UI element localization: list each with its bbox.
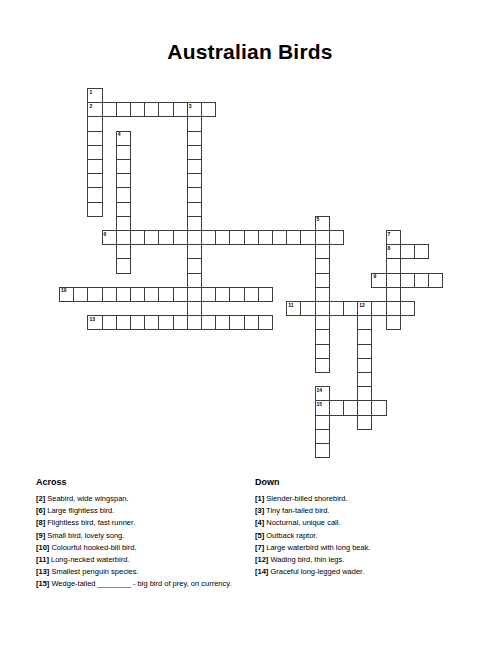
clue-number: [14]	[255, 567, 268, 576]
grid-cell[interactable]	[116, 173, 131, 188]
clue-text: Outback raptor.	[264, 531, 317, 540]
grid-cell[interactable]	[201, 102, 216, 117]
grid-cell[interactable]	[87, 131, 102, 146]
cell-number: 15	[317, 402, 323, 407]
cell-number: 2	[89, 104, 92, 109]
clue-7-down: [7] Large waterbird with long beak.	[255, 542, 480, 554]
grid-cell[interactable]	[144, 230, 159, 245]
grid-cell[interactable]	[187, 230, 202, 245]
grid-cell[interactable]	[286, 230, 301, 245]
grid-cell[interactable]	[215, 315, 230, 330]
puzzle-page: Australian Birds 123456789101112131415 A…	[0, 0, 500, 647]
grid-cell[interactable]	[357, 400, 372, 415]
across-clues-section: Across [2] Seabird, wide wingspan.[6] La…	[36, 477, 248, 591]
down-clue-list: [1] Slender-billed shorebird.[3] Tiny fa…	[255, 493, 480, 578]
grid-cell[interactable]: 5	[315, 216, 330, 231]
grid-cell[interactable]	[329, 301, 344, 316]
grid-cell[interactable]	[187, 116, 202, 131]
grid-cell[interactable]	[87, 116, 102, 131]
clue-number: [2]	[36, 494, 45, 503]
grid-cell[interactable]	[258, 315, 273, 330]
clue-number: [5]	[255, 531, 264, 540]
grid-cell[interactable]	[116, 216, 131, 231]
grid-cell[interactable]	[315, 287, 330, 302]
grid-cell[interactable]: 13	[87, 315, 102, 330]
grid-cell[interactable]	[315, 315, 330, 330]
grid-cell[interactable]	[315, 244, 330, 259]
grid-cell[interactable]	[357, 372, 372, 387]
grid-cell[interactable]	[357, 344, 372, 359]
grid-cell[interactable]	[386, 273, 401, 288]
clue-text: Slender-billed shorebird.	[264, 494, 347, 503]
grid-cell[interactable]	[357, 329, 372, 344]
grid-cell[interactable]	[144, 315, 159, 330]
grid-cell[interactable]	[187, 187, 202, 202]
clue-number: [1]	[255, 494, 264, 503]
grid-cell[interactable]: 6	[102, 230, 117, 245]
clue-number: [3]	[255, 506, 264, 515]
clue-number: [12]	[255, 555, 268, 564]
clue-text: Wading bird, thin legs.	[268, 555, 344, 564]
grid-cell[interactable]	[400, 244, 415, 259]
grid-cell[interactable]: 4	[116, 131, 131, 146]
grid-cell[interactable]	[102, 102, 117, 117]
grid-cell[interactable]	[116, 102, 131, 117]
grid-cell[interactable]	[187, 315, 202, 330]
grid-cell[interactable]	[173, 230, 188, 245]
grid-cell[interactable]	[173, 102, 188, 117]
clue-text: Graceful long-legged wader.	[268, 567, 364, 576]
grid-cell[interactable]: 12	[357, 301, 372, 316]
clue-text: Nocturnal, unique call.	[264, 518, 340, 527]
grid-cell[interactable]	[300, 301, 315, 316]
grid-cell[interactable]	[371, 400, 386, 415]
grid-cell[interactable]	[130, 230, 145, 245]
grid-cell[interactable]	[414, 244, 429, 259]
clue-2-across: [2] Seabird, wide wingspan.	[36, 493, 248, 505]
grid-cell[interactable]	[144, 102, 159, 117]
grid-cell[interactable]: 3	[187, 102, 202, 117]
grid-cell[interactable]	[87, 287, 102, 302]
grid-cell[interactable]	[158, 102, 173, 117]
clue-text: Tiny fan-tailed bird.	[264, 506, 329, 515]
grid-cell[interactable]	[315, 415, 330, 430]
grid-cell[interactable]	[87, 173, 102, 188]
cell-number: 14	[317, 388, 323, 393]
grid-cell[interactable]	[400, 273, 415, 288]
clue-11-across: [11] Long-necked waterbird.	[36, 554, 248, 566]
grid-cell[interactable]: 14	[315, 386, 330, 401]
clue-number: [15]	[36, 579, 49, 588]
grid-cell[interactable]	[187, 244, 202, 259]
clue-15-across: [15] Wedge-tailed ________ - big bird of…	[36, 578, 248, 590]
clue-number: [6]	[36, 506, 45, 515]
clue-number: [11]	[36, 555, 49, 564]
grid-cell[interactable]	[229, 315, 244, 330]
grid-cell[interactable]	[357, 415, 372, 430]
grid-cell[interactable]	[386, 287, 401, 302]
grid-cell[interactable]	[215, 287, 230, 302]
grid-cell[interactable]	[272, 230, 287, 245]
clue-3-down: [3] Tiny fan-tailed bird.	[255, 505, 480, 517]
grid-cell[interactable]	[87, 145, 102, 160]
grid-cell[interactable]	[258, 287, 273, 302]
grid-cell[interactable]	[116, 187, 131, 202]
clue-14-down: [14] Graceful long-legged wader.	[255, 566, 480, 578]
grid-cell[interactable]	[130, 102, 145, 117]
clue-text: Large flightless bird.	[45, 506, 114, 515]
grid-cell[interactable]	[187, 173, 202, 188]
cell-number: 3	[189, 104, 192, 109]
clue-text: Smallest penguin species.	[49, 567, 138, 576]
down-header: Down	[255, 477, 480, 487]
grid-cell[interactable]	[315, 258, 330, 273]
grid-cell[interactable]	[315, 273, 330, 288]
grid-cell[interactable]	[116, 159, 131, 174]
grid-cell[interactable]	[315, 344, 330, 359]
grid-cell[interactable]	[158, 287, 173, 302]
clue-number: [10]	[36, 543, 49, 552]
grid-cell[interactable]	[357, 315, 372, 330]
grid-cell[interactable]	[201, 287, 216, 302]
grid-cell[interactable]	[215, 230, 230, 245]
grid-cell[interactable]	[130, 287, 145, 302]
grid-cell[interactable]	[386, 258, 401, 273]
grid-cell[interactable]	[229, 230, 244, 245]
grid-cell[interactable]	[386, 315, 401, 330]
clue-number: [13]	[36, 567, 49, 576]
grid-cell[interactable]	[87, 187, 102, 202]
grid-cell[interactable]	[116, 145, 131, 160]
grid-cell[interactable]	[116, 315, 131, 330]
cell-number: 4	[118, 132, 121, 137]
grid-cell[interactable]	[187, 258, 202, 273]
cell-number: 9	[373, 274, 376, 279]
grid-cell[interactable]: 1	[87, 88, 102, 103]
grid-cell[interactable]	[187, 145, 202, 160]
across-header: Across	[36, 477, 248, 487]
grid-cell[interactable]	[315, 443, 330, 458]
grid-cell[interactable]	[371, 301, 386, 316]
grid-cell[interactable]	[144, 287, 159, 302]
grid-cell[interactable]: 10	[59, 287, 74, 302]
cell-number: 8	[388, 246, 391, 251]
grid-cell[interactable]	[87, 202, 102, 217]
clue-1-down: [1] Slender-billed shorebird.	[255, 493, 480, 505]
grid-cell[interactable]	[343, 301, 358, 316]
grid-cell[interactable]	[244, 230, 259, 245]
cell-number: 13	[89, 317, 95, 322]
grid-cell[interactable]	[73, 287, 88, 302]
clue-6-across: [6] Large flightless bird.	[36, 505, 248, 517]
grid-cell[interactable]	[116, 287, 131, 302]
grid-cell[interactable]	[102, 315, 117, 330]
grid-cell[interactable]	[187, 273, 202, 288]
grid-cell[interactable]	[116, 258, 131, 273]
grid-cell[interactable]	[187, 131, 202, 146]
grid-cell[interactable]	[87, 159, 102, 174]
grid-cell[interactable]	[315, 301, 330, 316]
grid-cell[interactable]	[244, 287, 259, 302]
grid-cell[interactable]	[116, 244, 131, 259]
clue-number: [9]	[36, 531, 45, 540]
grid-cell[interactable]	[116, 230, 131, 245]
grid-cell[interactable]	[258, 230, 273, 245]
grid-cell[interactable]	[158, 230, 173, 245]
cell-number: 6	[104, 232, 107, 237]
grid-cell[interactable]	[315, 429, 330, 444]
grid-cell[interactable]	[187, 301, 202, 316]
clue-4-down: [4] Nocturnal, unique call.	[255, 517, 480, 529]
grid-cell[interactable]	[102, 287, 117, 302]
cell-number: 12	[359, 303, 365, 308]
puzzle-title: Australian Birds	[0, 40, 500, 64]
grid-cell[interactable]	[187, 287, 202, 302]
clue-number: [8]	[36, 518, 45, 527]
grid-cell[interactable]	[187, 202, 202, 217]
grid-cell[interactable]	[201, 315, 216, 330]
grid-cell[interactable]	[428, 273, 443, 288]
grid-cell[interactable]: 11	[286, 301, 301, 316]
grid-cell[interactable]	[116, 202, 131, 217]
grid-cell[interactable]	[386, 301, 401, 316]
grid-cell[interactable]: 8	[386, 244, 401, 259]
grid-cell[interactable]	[357, 386, 372, 401]
grid-cell[interactable]	[315, 230, 330, 245]
clue-number: [7]	[255, 543, 264, 552]
grid-cell[interactable]	[329, 400, 344, 415]
clue-text: Seabird, wide wingspan.	[45, 494, 128, 503]
grid-cell[interactable]	[300, 230, 315, 245]
grid-cell[interactable]	[343, 400, 358, 415]
cell-number: 1	[89, 90, 92, 95]
clue-9-across: [9] Small bird, lovely song.	[36, 530, 248, 542]
grid-cell[interactable]	[244, 315, 259, 330]
grid-cell[interactable]	[187, 159, 202, 174]
grid-cell[interactable]	[229, 287, 244, 302]
grid-cell[interactable]	[315, 358, 330, 373]
cell-number: 11	[288, 303, 293, 308]
grid-cell[interactable]	[414, 273, 429, 288]
grid-cell[interactable]: 9	[371, 273, 386, 288]
clue-text: Wedge-tailed ________ - big bird of prey…	[49, 579, 231, 588]
grid-cell[interactable]	[315, 329, 330, 344]
cell-number: 7	[388, 232, 391, 237]
clue-12-down: [12] Wading bird, thin legs.	[255, 554, 480, 566]
clue-text: Long-necked waterbird.	[49, 555, 129, 564]
grid-cell[interactable]	[201, 230, 216, 245]
grid-cell[interactable]: 2	[87, 102, 102, 117]
grid-cell[interactable]: 7	[386, 230, 401, 245]
grid-cell[interactable]	[187, 216, 202, 231]
grid-cell[interactable]	[357, 358, 372, 373]
clue-8-across: [8] Flightless bird, fast runner.	[36, 517, 248, 529]
clue-10-across: [10] Colourful hooked-bill bird.	[36, 542, 248, 554]
grid-cell[interactable]	[158, 315, 173, 330]
grid-cell[interactable]	[130, 315, 145, 330]
clue-13-across: [13] Smallest penguin species.	[36, 566, 248, 578]
down-clues-section: Down [1] Slender-billed shorebird.[3] Ti…	[255, 477, 480, 578]
clue-5-down: [5] Outback raptor.	[255, 530, 480, 542]
clue-text: Large waterbird with long beak.	[264, 543, 370, 552]
grid-cell[interactable]	[329, 230, 344, 245]
clue-text: Small bird, lovely song.	[45, 531, 124, 540]
grid-cell[interactable]: 15	[315, 400, 330, 415]
cell-number: 5	[317, 217, 320, 222]
clue-text: Colourful hooked-bill bird.	[49, 543, 136, 552]
clue-number: [4]	[255, 518, 264, 527]
grid-cell[interactable]	[173, 287, 188, 302]
grid-cell[interactable]	[400, 301, 415, 316]
across-clue-list: [2] Seabird, wide wingspan.[6] Large fli…	[36, 493, 248, 591]
clue-text: Flightless bird, fast runner.	[45, 518, 135, 527]
cell-number: 10	[61, 288, 67, 293]
grid-cell[interactable]	[173, 315, 188, 330]
